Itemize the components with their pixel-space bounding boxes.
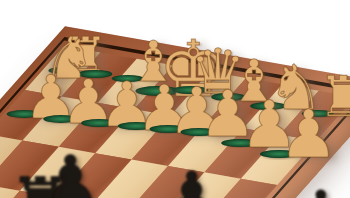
- chess-set-photo: ♜♞♝♚♛♝♞♜♟♟♟♟♟♟♟♟♟♟♟♜: [0, 0, 350, 198]
- board-squares: [0, 46, 350, 198]
- chess-board: [0, 26, 350, 198]
